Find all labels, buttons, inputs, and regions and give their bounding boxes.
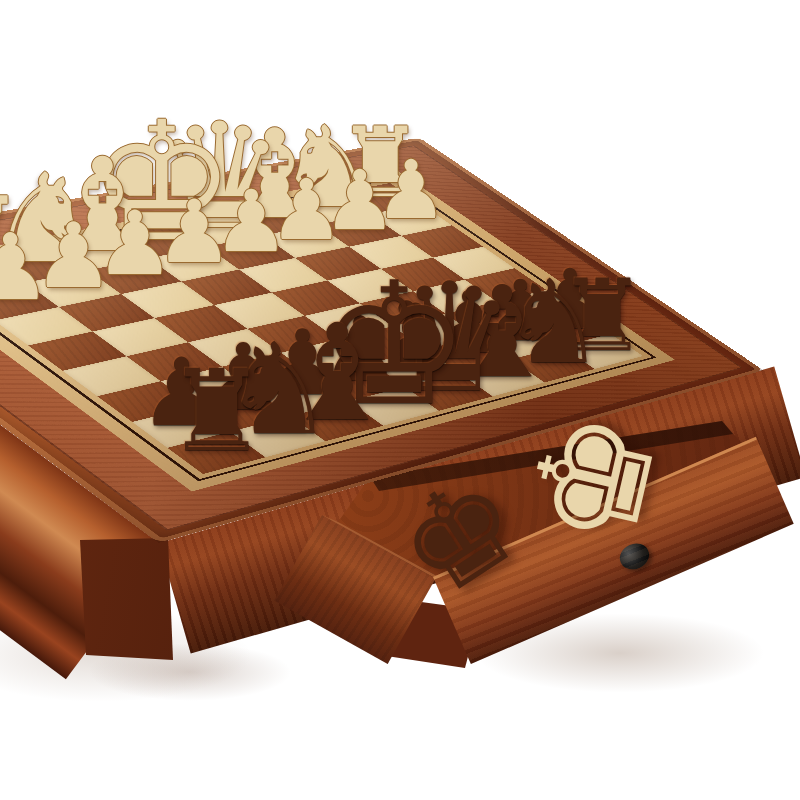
chess-board xyxy=(0,183,643,474)
chess-set-photo: ♚♚ ♜♞♝♛♚♝♞♜♟♟♟♟♟♟♟♟♜♞♝♛♚♝♞♜♟♟♟♟♟♟♟♟ xyxy=(0,0,800,800)
